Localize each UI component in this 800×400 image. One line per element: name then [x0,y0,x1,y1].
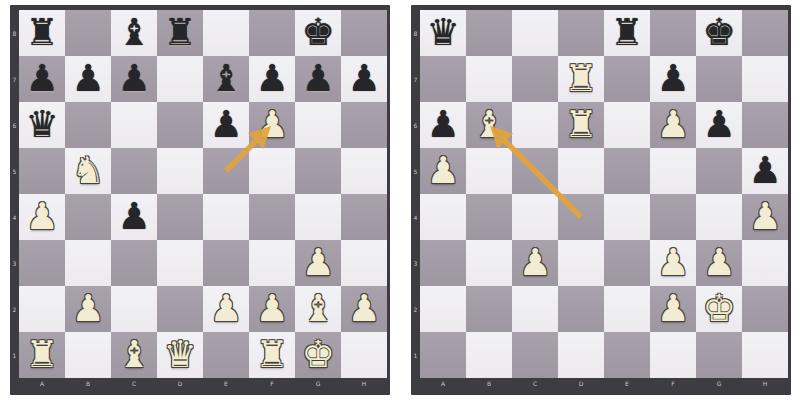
chess-board-left: 87654321 ♜♝♜♚♟♟♟♝♟♟♟♛♟♟♞♟♟♟♟♟♟♝♟♜♝♛♜♚ AB… [10,5,390,395]
square-c7[interactable]: ♟ [111,56,157,102]
square-g4[interactable] [696,194,742,240]
rank-label-2: 2 [411,286,420,332]
white-king-piece: ♚ [295,332,341,378]
white-queen-piece: ♛ [157,332,203,378]
square-h3[interactable] [341,240,387,286]
square-b1[interactable] [466,332,512,378]
square-b6[interactable]: ♝ [466,102,512,148]
rank-label-5: 5 [411,148,420,194]
rank-label-3: 3 [411,240,420,286]
square-f4[interactable] [249,194,295,240]
square-g7[interactable]: ♟ [295,56,341,102]
white-pawn-piece: ♟ [650,102,696,148]
white-rook-piece: ♜ [249,332,295,378]
square-h6[interactable] [341,102,387,148]
square-d1[interactable]: ♛ [157,332,203,378]
square-a4[interactable] [420,194,466,240]
square-g2[interactable]: ♝ [295,286,341,332]
white-pawn-piece: ♟ [249,102,295,148]
file-label-a: A [19,378,65,391]
square-f8[interactable] [249,10,295,56]
square-b2[interactable]: ♟ [65,286,111,332]
square-f4[interactable] [650,194,696,240]
square-a3[interactable] [420,240,466,286]
square-e8[interactable]: ♜ [604,10,650,56]
square-g1[interactable]: ♚ [295,332,341,378]
square-g8[interactable]: ♚ [696,10,742,56]
black-pawn-piece: ♟ [742,148,788,194]
file-label-d: D [157,378,203,391]
square-h7[interactable] [742,56,788,102]
square-d2[interactable] [558,286,604,332]
file-label-c: C [512,378,558,391]
square-d5[interactable] [558,148,604,194]
square-e6[interactable] [604,102,650,148]
square-e5[interactable] [203,148,249,194]
black-pawn-piece: ♟ [203,102,249,148]
white-pawn-piece: ♟ [742,194,788,240]
square-g2[interactable]: ♚ [696,286,742,332]
square-e7[interactable]: ♝ [203,56,249,102]
square-e1[interactable] [604,332,650,378]
square-e3[interactable] [604,240,650,286]
square-e2[interactable] [604,286,650,332]
square-c3[interactable] [111,240,157,286]
square-a6[interactable]: ♛ [19,102,65,148]
square-a4[interactable]: ♟ [19,194,65,240]
squares-grid-right: ♛♜♚♜♟♟♝♜♟♟♟♟♟♟♟♟♟♚ [420,10,788,378]
white-bishop-piece: ♝ [111,332,157,378]
square-d8[interactable] [558,10,604,56]
squares-grid-left: ♜♝♜♚♟♟♟♝♟♟♟♛♟♟♞♟♟♟♟♟♟♝♟♜♝♛♜♚ [19,10,387,378]
file-label-c: C [111,378,157,391]
square-f6[interactable]: ♟ [249,102,295,148]
square-b8[interactable] [466,10,512,56]
black-pawn-piece: ♟ [111,56,157,102]
white-pawn-piece: ♟ [512,240,558,286]
black-bishop-piece: ♝ [203,56,249,102]
square-h3[interactable] [742,240,788,286]
square-c4[interactable] [512,194,558,240]
rank-label-7: 7 [10,56,19,102]
square-e3[interactable] [203,240,249,286]
black-pawn-piece: ♟ [341,56,387,102]
square-b4[interactable] [65,194,111,240]
square-b3[interactable] [466,240,512,286]
square-f1[interactable] [650,332,696,378]
black-pawn-piece: ♟ [696,102,742,148]
square-c7[interactable] [512,56,558,102]
square-a5[interactable]: ♟ [420,148,466,194]
square-g4[interactable] [295,194,341,240]
board-squares-right: ♛♜♚♜♟♟♝♜♟♟♟♟♟♟♟♟♟♚ [420,10,788,378]
square-a1[interactable]: ♜ [19,332,65,378]
square-a7[interactable]: ♟ [19,56,65,102]
square-f5[interactable] [650,148,696,194]
black-pawn-piece: ♟ [111,194,157,240]
square-a8[interactable]: ♜ [19,10,65,56]
square-e1[interactable] [203,332,249,378]
square-b7[interactable]: ♟ [65,56,111,102]
square-h2[interactable] [742,286,788,332]
square-g3[interactable]: ♟ [696,240,742,286]
rank-label-6: 6 [10,102,19,148]
rank-label-6: 6 [411,102,420,148]
rank-labels-right: 87654321 [411,10,420,378]
black-pawn-piece: ♟ [19,56,65,102]
square-c8[interactable] [512,10,558,56]
square-c4[interactable]: ♟ [111,194,157,240]
white-pawn-piece: ♟ [295,240,341,286]
square-d4[interactable] [157,194,203,240]
square-g5[interactable] [696,148,742,194]
square-a8[interactable]: ♛ [420,10,466,56]
board-body-right: 87654321 ♛♜♚♜♟♟♝♜♟♟♟♟♟♟♟♟♟♚ [411,10,788,378]
rank-label-8: 8 [411,10,420,56]
square-c1[interactable] [512,332,558,378]
rank-label-4: 4 [411,194,420,240]
black-rook-piece: ♜ [604,10,650,56]
square-g6[interactable] [295,102,341,148]
rank-labels-left: 87654321 [10,10,19,378]
square-d6[interactable] [157,102,203,148]
file-label-b: B [466,378,512,391]
square-a3[interactable] [19,240,65,286]
white-bishop-piece: ♝ [466,102,512,148]
square-g3[interactable]: ♟ [295,240,341,286]
square-f8[interactable] [650,10,696,56]
square-h4[interactable]: ♟ [742,194,788,240]
white-pawn-piece: ♟ [650,286,696,332]
square-c2[interactable] [512,286,558,332]
square-c5[interactable] [512,148,558,194]
black-queen-piece: ♛ [19,102,65,148]
white-rook-piece: ♜ [558,56,604,102]
square-a7[interactable] [420,56,466,102]
square-h5[interactable] [341,148,387,194]
boards-container: 87654321 ♜♝♜♚♟♟♟♝♟♟♟♛♟♟♞♟♟♟♟♟♟♝♟♜♝♛♜♚ AB… [0,0,800,395]
square-h8[interactable] [742,10,788,56]
white-pawn-piece: ♟ [249,286,295,332]
square-b8[interactable] [65,10,111,56]
board-squares-left: ♜♝♜♚♟♟♟♝♟♟♟♛♟♟♞♟♟♟♟♟♟♝♟♜♝♛♜♚ [19,10,387,378]
white-pawn-piece: ♟ [696,240,742,286]
file-label-g: G [696,378,742,391]
square-f2[interactable]: ♟ [249,286,295,332]
square-a2[interactable] [420,286,466,332]
square-e8[interactable] [203,10,249,56]
black-king-piece: ♚ [696,10,742,56]
square-b1[interactable] [65,332,111,378]
square-b6[interactable] [65,102,111,148]
square-a1[interactable] [420,332,466,378]
square-f5[interactable] [249,148,295,194]
file-label-h: H [742,378,788,391]
square-b2[interactable] [466,286,512,332]
square-h1[interactable] [341,332,387,378]
file-labels-right: ABCDEFGH [411,378,788,391]
chess-board-right: 87654321 ♛♜♚♜♟♟♝♜♟♟♟♟♟♟♟♟♟♚ ABCDEFGH [411,5,791,395]
rank-label-8: 8 [10,10,19,56]
square-e2[interactable]: ♟ [203,286,249,332]
square-d7[interactable]: ♜ [558,56,604,102]
white-king-piece: ♚ [696,286,742,332]
square-c1[interactable]: ♝ [111,332,157,378]
rank-label-4: 4 [10,194,19,240]
square-d4[interactable] [558,194,604,240]
square-e6[interactable]: ♟ [203,102,249,148]
black-rook-piece: ♜ [157,10,203,56]
square-f2[interactable]: ♟ [650,286,696,332]
white-pawn-piece: ♟ [420,148,466,194]
square-d2[interactable] [157,286,203,332]
black-rook-piece: ♜ [19,10,65,56]
white-pawn-piece: ♟ [203,286,249,332]
square-b3[interactable] [65,240,111,286]
square-h4[interactable] [341,194,387,240]
square-f3[interactable] [249,240,295,286]
black-pawn-piece: ♟ [650,56,696,102]
square-e4[interactable] [203,194,249,240]
file-label-a: A [420,378,466,391]
square-d8[interactable]: ♜ [157,10,203,56]
square-a2[interactable] [19,286,65,332]
black-king-piece: ♚ [295,10,341,56]
file-labels-left: ABCDEFGH [10,378,387,391]
square-e5[interactable] [604,148,650,194]
square-c6[interactable] [111,102,157,148]
black-bishop-piece: ♝ [111,10,157,56]
square-b4[interactable] [466,194,512,240]
square-f6[interactable]: ♟ [650,102,696,148]
square-e7[interactable] [604,56,650,102]
square-b5[interactable]: ♞ [65,148,111,194]
rank-label-1: 1 [411,332,420,378]
rank-label-5: 5 [10,148,19,194]
square-g7[interactable] [696,56,742,102]
square-d5[interactable] [157,148,203,194]
square-c6[interactable] [512,102,558,148]
square-f7[interactable]: ♟ [249,56,295,102]
square-c5[interactable] [111,148,157,194]
square-f3[interactable]: ♟ [650,240,696,286]
file-label-d: D [558,378,604,391]
square-d3[interactable] [558,240,604,286]
square-g1[interactable] [696,332,742,378]
square-d6[interactable]: ♜ [558,102,604,148]
rank-label-1: 1 [10,332,19,378]
black-queen-piece: ♛ [420,10,466,56]
square-e4[interactable] [604,194,650,240]
square-g6[interactable]: ♟ [696,102,742,148]
file-label-e: E [604,378,650,391]
square-c3[interactable]: ♟ [512,240,558,286]
white-pawn-piece: ♟ [19,194,65,240]
square-g8[interactable]: ♚ [295,10,341,56]
black-pawn-piece: ♟ [249,56,295,102]
rank-label-3: 3 [10,240,19,286]
square-b5[interactable] [466,148,512,194]
square-f7[interactable]: ♟ [650,56,696,102]
white-rook-piece: ♜ [558,102,604,148]
black-pawn-piece: ♟ [65,56,111,102]
square-d1[interactable] [558,332,604,378]
square-a6[interactable]: ♟ [420,102,466,148]
square-a5[interactable] [19,148,65,194]
white-knight-piece: ♞ [65,148,111,194]
square-b7[interactable] [466,56,512,102]
black-pawn-piece: ♟ [295,56,341,102]
file-label-b: B [65,378,111,391]
square-d7[interactable] [157,56,203,102]
white-pawn-piece: ♟ [650,240,696,286]
file-label-f: F [249,378,295,391]
square-f1[interactable]: ♜ [249,332,295,378]
white-bishop-piece: ♝ [295,286,341,332]
square-h1[interactable] [742,332,788,378]
file-label-h: H [341,378,387,391]
file-label-g: G [295,378,341,391]
white-pawn-piece: ♟ [65,286,111,332]
square-h2[interactable]: ♟ [341,286,387,332]
black-pawn-piece: ♟ [420,102,466,148]
white-rook-piece: ♜ [19,332,65,378]
board-body-left: 87654321 ♜♝♜♚♟♟♟♝♟♟♟♛♟♟♞♟♟♟♟♟♟♝♟♜♝♛♜♚ [10,10,387,378]
square-h8[interactable] [341,10,387,56]
file-label-e: E [203,378,249,391]
file-label-f: F [650,378,696,391]
square-d3[interactable] [157,240,203,286]
rank-label-7: 7 [411,56,420,102]
square-h5[interactable]: ♟ [742,148,788,194]
square-c2[interactable] [111,286,157,332]
square-g5[interactable] [295,148,341,194]
square-h7[interactable]: ♟ [341,56,387,102]
white-pawn-piece: ♟ [341,286,387,332]
rank-label-2: 2 [10,286,19,332]
square-h6[interactable] [742,102,788,148]
square-c8[interactable]: ♝ [111,10,157,56]
